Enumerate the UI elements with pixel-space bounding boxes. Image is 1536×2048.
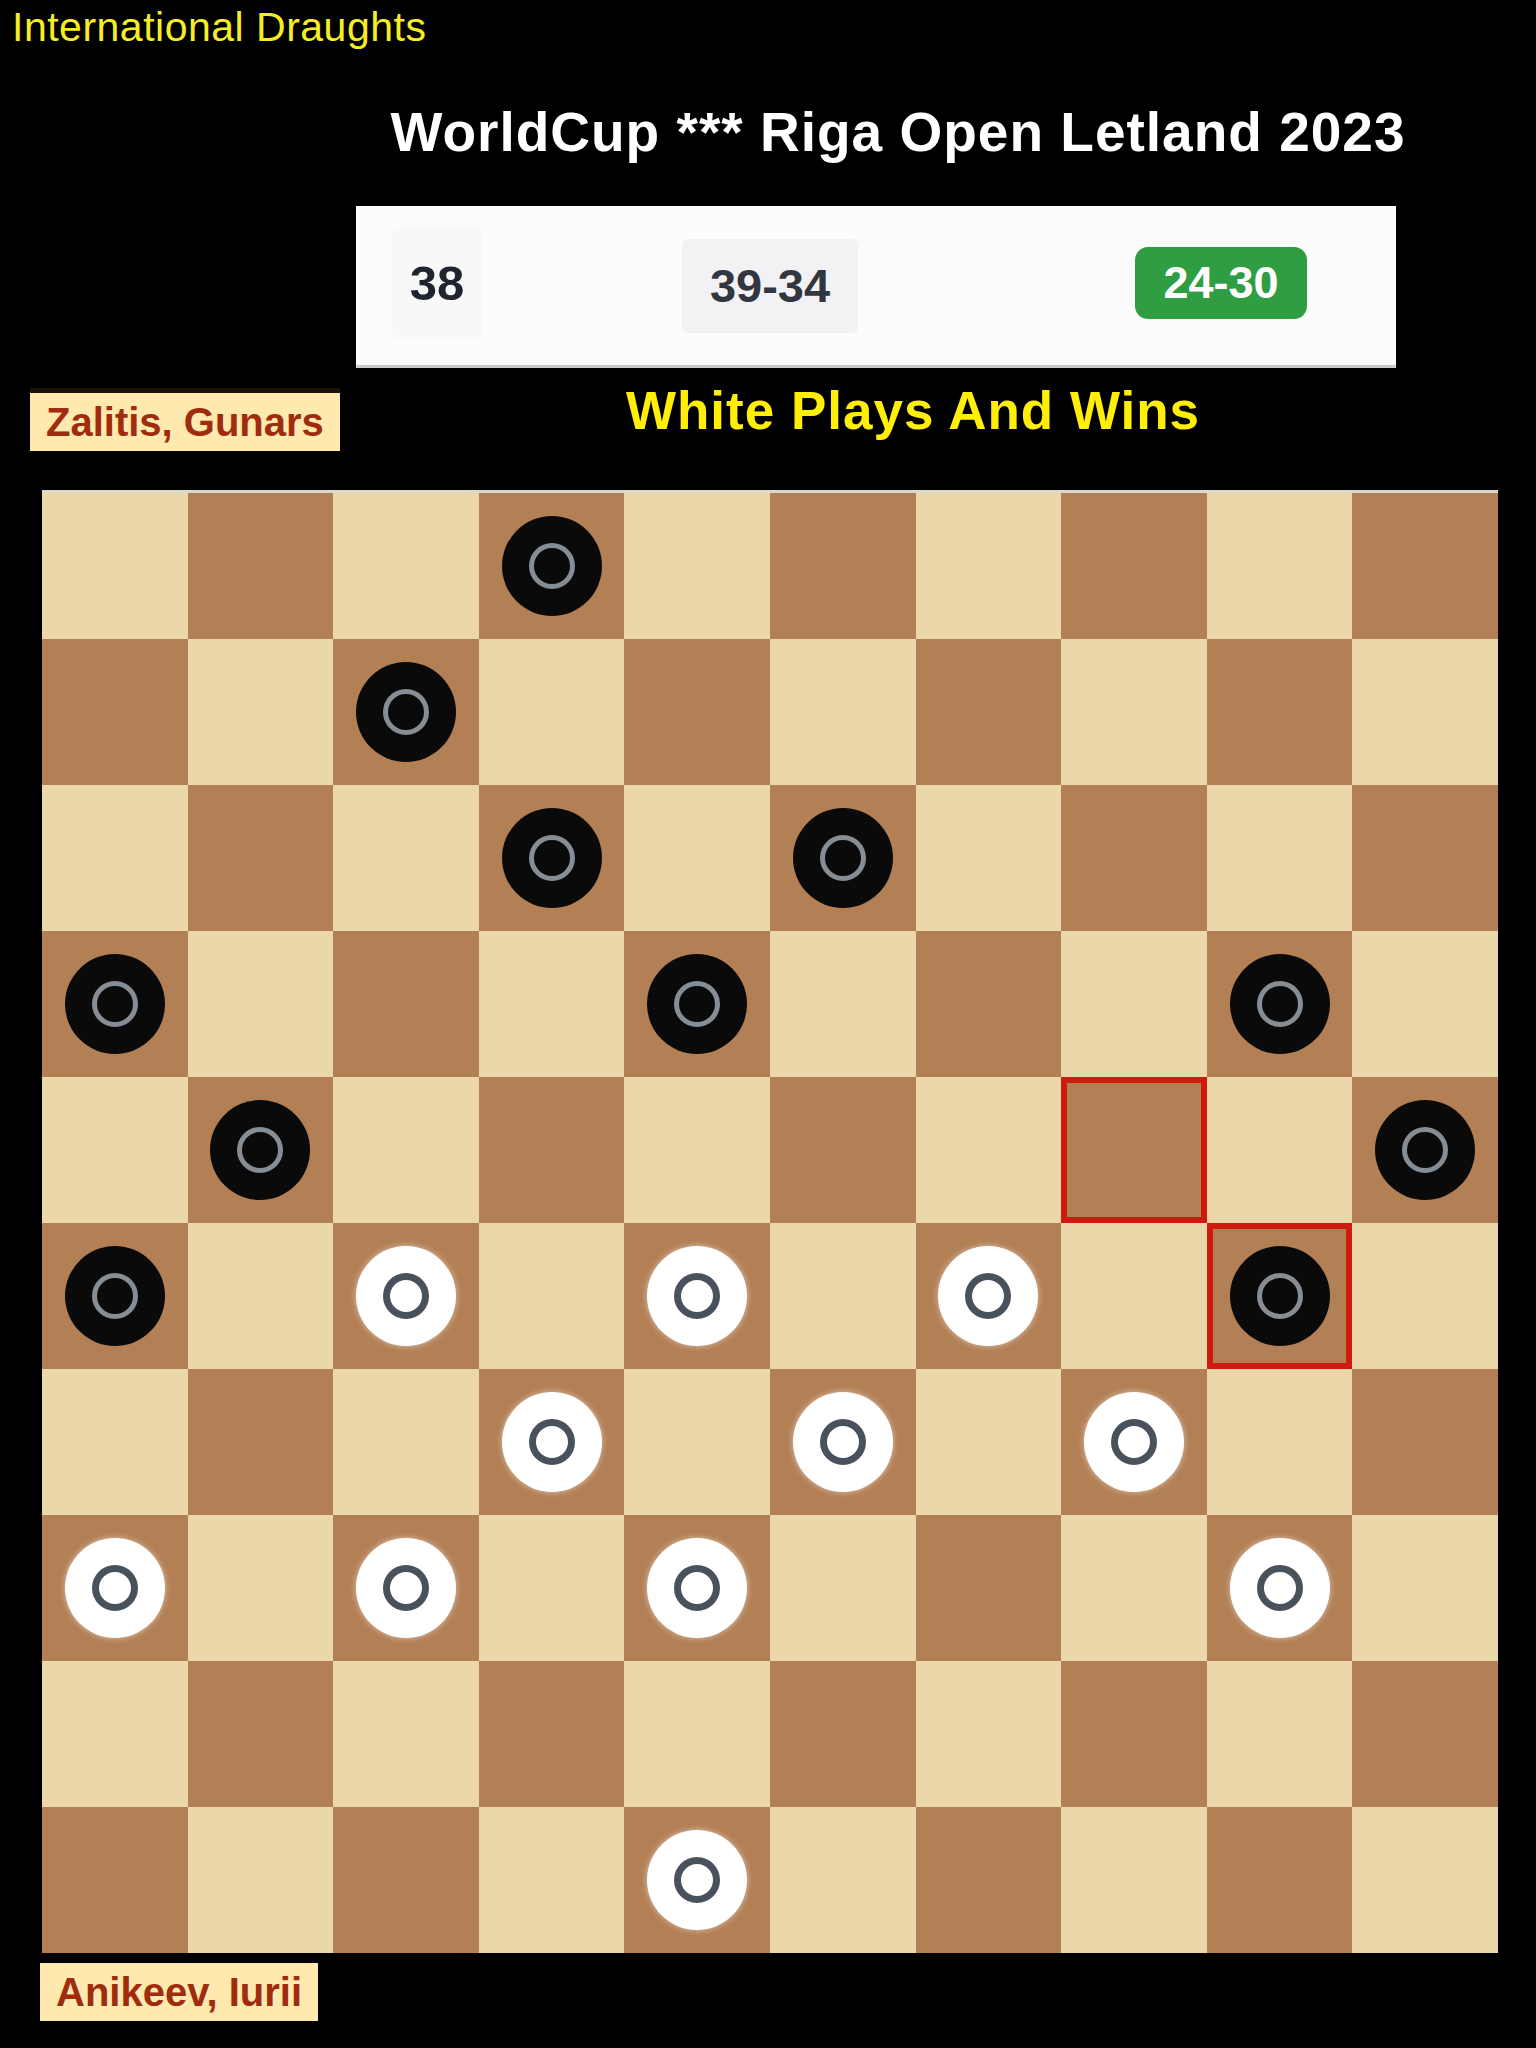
black-move-badge[interactable]: 24-30 [1135, 247, 1307, 319]
man-ring [674, 1273, 720, 1319]
square-light [42, 493, 188, 639]
black-man[interactable] [210, 1100, 310, 1200]
square-light [770, 1223, 916, 1369]
square-light [624, 785, 770, 931]
square-light [916, 1369, 1062, 1515]
man-ring [529, 835, 575, 881]
square-42[interactable] [479, 1661, 625, 1807]
square-1[interactable] [188, 493, 334, 639]
square-5[interactable] [1352, 493, 1498, 639]
man-ring [529, 543, 575, 589]
square-48[interactable] [624, 1807, 770, 1953]
white-man[interactable] [356, 1246, 456, 1346]
square-21[interactable] [188, 1077, 334, 1223]
square-40[interactable] [1207, 1515, 1353, 1661]
black-man[interactable] [502, 808, 602, 908]
square-14[interactable] [1061, 785, 1207, 931]
white-man[interactable] [502, 1392, 602, 1492]
square-43[interactable] [770, 1661, 916, 1807]
page-title: WorldCup *** Riga Open Letland 2023 [260, 100, 1536, 164]
square-light [1352, 639, 1498, 785]
square-light [1061, 1807, 1207, 1953]
man-ring [92, 1273, 138, 1319]
square-light [770, 931, 916, 1077]
square-38[interactable] [624, 1515, 770, 1661]
square-20[interactable] [1207, 931, 1353, 1077]
man-ring [383, 689, 429, 735]
square-35[interactable] [1352, 1369, 1498, 1515]
black-man[interactable] [502, 516, 602, 616]
square-light [42, 1369, 188, 1515]
square-light [333, 785, 479, 931]
black-man[interactable] [65, 1246, 165, 1346]
draughts-board [42, 490, 1498, 1953]
square-light [1061, 1515, 1207, 1661]
square-30[interactable] [1207, 1223, 1353, 1369]
man-ring [1257, 1565, 1303, 1611]
square-37[interactable] [333, 1515, 479, 1661]
square-light [333, 1077, 479, 1223]
square-light [1207, 1369, 1353, 1515]
white-man[interactable] [356, 1538, 456, 1638]
square-light [1207, 1077, 1353, 1223]
square-light [479, 931, 625, 1077]
square-light [1352, 1515, 1498, 1661]
square-light [624, 1369, 770, 1515]
square-19[interactable] [916, 931, 1062, 1077]
man-ring [237, 1127, 283, 1173]
square-46[interactable] [42, 1807, 188, 1953]
man-ring [674, 981, 720, 1027]
square-light [1061, 639, 1207, 785]
square-light [188, 1223, 334, 1369]
man-ring [1257, 981, 1303, 1027]
square-39[interactable] [916, 1515, 1062, 1661]
square-8[interactable] [624, 639, 770, 785]
square-28[interactable] [624, 1223, 770, 1369]
square-32[interactable] [479, 1369, 625, 1515]
man-ring [674, 1857, 720, 1903]
square-9[interactable] [916, 639, 1062, 785]
man-ring [529, 1419, 575, 1465]
black-man[interactable] [1375, 1100, 1475, 1200]
square-3[interactable] [770, 493, 916, 639]
square-24[interactable] [1061, 1077, 1207, 1223]
square-light [188, 931, 334, 1077]
black-man[interactable] [65, 954, 165, 1054]
white-move[interactable]: 39-34 [682, 239, 858, 333]
square-36[interactable] [42, 1515, 188, 1661]
square-47[interactable] [333, 1807, 479, 1953]
square-light [479, 1807, 625, 1953]
square-33[interactable] [770, 1369, 916, 1515]
man-ring [820, 1419, 866, 1465]
square-7[interactable] [333, 639, 479, 785]
man-ring [1111, 1419, 1157, 1465]
white-man[interactable] [1230, 1538, 1330, 1638]
square-light [479, 1223, 625, 1369]
black-man[interactable] [356, 662, 456, 762]
man-ring [1257, 1273, 1303, 1319]
square-light [333, 493, 479, 639]
banner-text: White Plays And Wins [290, 380, 1536, 441]
square-4[interactable] [1061, 493, 1207, 639]
square-17[interactable] [333, 931, 479, 1077]
square-13[interactable] [770, 785, 916, 931]
square-light [1207, 1661, 1353, 1807]
square-light [479, 639, 625, 785]
square-light [770, 1807, 916, 1953]
square-12[interactable] [479, 785, 625, 931]
square-light [916, 493, 1062, 639]
white-man[interactable] [647, 1538, 747, 1638]
square-light [1352, 931, 1498, 1077]
square-2[interactable] [479, 493, 625, 639]
square-light [916, 1661, 1062, 1807]
square-light [624, 1077, 770, 1223]
square-11[interactable] [188, 785, 334, 931]
square-31[interactable] [188, 1369, 334, 1515]
black-man[interactable] [1230, 954, 1330, 1054]
white-man[interactable] [938, 1246, 1038, 1346]
square-34[interactable] [1061, 1369, 1207, 1515]
man-ring [92, 981, 138, 1027]
square-light [916, 1077, 1062, 1223]
square-6[interactable] [42, 639, 188, 785]
square-light [1207, 785, 1353, 931]
player-bottom-label: Anikeev, Iurii [40, 1963, 318, 2021]
square-light [333, 1369, 479, 1515]
man-ring [92, 1565, 138, 1611]
man-ring [820, 835, 866, 881]
square-18[interactable] [624, 931, 770, 1077]
man-ring [1402, 1127, 1448, 1173]
white-man[interactable] [793, 1392, 893, 1492]
man-ring [383, 1273, 429, 1319]
square-light [479, 1515, 625, 1661]
square-25[interactable] [1352, 1077, 1498, 1223]
square-light [188, 1515, 334, 1661]
square-45[interactable] [1352, 1661, 1498, 1807]
square-41[interactable] [188, 1661, 334, 1807]
man-ring [383, 1565, 429, 1611]
square-light [42, 785, 188, 931]
square-light [42, 1077, 188, 1223]
square-49[interactable] [916, 1807, 1062, 1953]
man-ring [965, 1273, 1011, 1319]
square-light [624, 1661, 770, 1807]
square-light [188, 1807, 334, 1953]
square-16[interactable] [42, 931, 188, 1077]
white-man[interactable] [1084, 1392, 1184, 1492]
black-man[interactable] [793, 808, 893, 908]
square-22[interactable] [479, 1077, 625, 1223]
square-light [770, 1515, 916, 1661]
screen: International Draughts WorldCup *** Riga… [0, 0, 1536, 2048]
square-light [624, 493, 770, 639]
app-title: International Draughts [12, 4, 426, 51]
square-light [333, 1661, 479, 1807]
square-26[interactable] [42, 1223, 188, 1369]
white-man[interactable] [647, 1246, 747, 1346]
black-man[interactable] [647, 954, 747, 1054]
square-44[interactable] [1061, 1661, 1207, 1807]
square-light [1061, 1223, 1207, 1369]
white-man[interactable] [65, 1538, 165, 1638]
square-27[interactable] [333, 1223, 479, 1369]
square-light [1061, 931, 1207, 1077]
square-light [42, 1661, 188, 1807]
black-man[interactable] [1230, 1246, 1330, 1346]
square-29[interactable] [916, 1223, 1062, 1369]
square-light [770, 639, 916, 785]
square-15[interactable] [1352, 785, 1498, 931]
square-50[interactable] [1207, 1807, 1353, 1953]
square-light [1352, 1223, 1498, 1369]
move-number[interactable]: 38 [392, 228, 482, 338]
square-light [1207, 493, 1353, 639]
square-light [1352, 1807, 1498, 1953]
square-light [916, 785, 1062, 931]
square-light [188, 639, 334, 785]
square-10[interactable] [1207, 639, 1353, 785]
man-ring [674, 1565, 720, 1611]
square-23[interactable] [770, 1077, 916, 1223]
white-man[interactable] [647, 1830, 747, 1930]
move-bar: 38 39-34 24-30 [356, 206, 1396, 368]
